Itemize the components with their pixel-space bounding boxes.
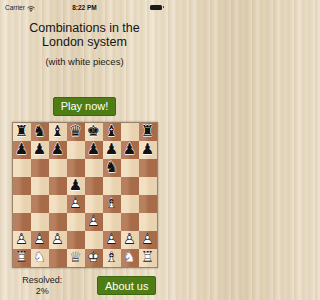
- piece-black-bishop: ♝: [103, 123, 121, 141]
- footer: Resolved: 2% About us: [0, 275, 169, 297]
- piece-white-pawn: ♟♙: [67, 195, 85, 213]
- square-a7: ♟: [13, 141, 31, 159]
- square-d7: [67, 141, 85, 159]
- square-c2: ♟♙: [49, 231, 67, 249]
- square-e6: [85, 159, 103, 177]
- square-g6: [121, 159, 139, 177]
- square-h7: ♟: [139, 141, 157, 159]
- square-b6: [31, 159, 49, 177]
- clock-time: 8:22 PM: [58, 4, 111, 11]
- piece-white-bishop: ♝♗: [103, 195, 121, 213]
- square-d4: ♟♙: [67, 195, 85, 213]
- square-d1: ♛♕: [67, 249, 85, 267]
- piece-black-knight: ♞: [103, 159, 121, 177]
- battery-icon: [150, 5, 164, 10]
- square-g7: ♟: [121, 141, 139, 159]
- piece-black-bishop: ♝: [49, 123, 67, 141]
- piece-white-queen: ♛♕: [67, 249, 85, 267]
- square-g1: ♞♘: [121, 249, 139, 267]
- square-e2: [85, 231, 103, 249]
- square-b4: [31, 195, 49, 213]
- square-c6: [49, 159, 67, 177]
- square-e8: ♚: [85, 123, 103, 141]
- piece-white-knight: ♞♘: [31, 249, 49, 267]
- piece-black-pawn: ♟: [49, 141, 67, 159]
- piece-black-pawn: ♟: [85, 141, 103, 159]
- piece-black-king: ♚: [85, 123, 103, 141]
- square-h1: ♜♖: [139, 249, 157, 267]
- square-e3: ♟♙: [85, 213, 103, 231]
- piece-black-pawn: ♟: [13, 141, 31, 159]
- piece-black-pawn: ♟: [67, 177, 85, 195]
- piece-black-pawn: ♟: [139, 141, 157, 159]
- square-h3: [139, 213, 157, 231]
- square-f6: ♞: [103, 159, 121, 177]
- piece-white-pawn: ♟♙: [85, 213, 103, 231]
- piece-white-pawn: ♟♙: [31, 231, 49, 249]
- square-e4: [85, 195, 103, 213]
- square-f5: [103, 177, 121, 195]
- square-h2: ♟♙: [139, 231, 157, 249]
- square-e1: ♚♔: [85, 249, 103, 267]
- piece-white-pawn: ♟♙: [49, 231, 67, 249]
- square-d8: ♛: [67, 123, 85, 141]
- square-g2: ♟♙: [121, 231, 139, 249]
- page-subtitle: (with white pieces): [0, 56, 169, 67]
- piece-black-pawn: ♟: [103, 141, 121, 159]
- square-d2: [67, 231, 85, 249]
- piece-black-knight: ♞: [31, 123, 49, 141]
- square-b8: ♞: [31, 123, 49, 141]
- square-f7: ♟: [103, 141, 121, 159]
- square-b3: [31, 213, 49, 231]
- page-title: Combinations in the London system: [0, 21, 169, 49]
- square-a2: ♟♙: [13, 231, 31, 249]
- square-f4: ♝♗: [103, 195, 121, 213]
- square-a8: ♜: [13, 123, 31, 141]
- square-a1: ♜♖: [13, 249, 31, 267]
- square-a3: [13, 213, 31, 231]
- wifi-icon: [27, 0, 35, 16]
- square-b7: ♟: [31, 141, 49, 159]
- square-a4: [13, 195, 31, 213]
- square-a6: [13, 159, 31, 177]
- resolved-label: Resolved:: [0, 275, 85, 286]
- square-c8: ♝: [49, 123, 67, 141]
- piece-black-queen: ♛: [67, 123, 85, 141]
- piece-black-pawn: ♟: [121, 141, 139, 159]
- piece-white-pawn: ♟♙: [13, 231, 31, 249]
- about-us-button[interactable]: About us: [97, 276, 156, 295]
- piece-white-pawn: ♟♙: [139, 231, 157, 249]
- square-f1: ♝♗: [103, 249, 121, 267]
- square-h4: [139, 195, 157, 213]
- square-g8: [121, 123, 139, 141]
- piece-white-pawn: ♟♙: [103, 231, 121, 249]
- square-b5: [31, 177, 49, 195]
- square-d3: [67, 213, 85, 231]
- title-line-1: Combinations in the: [0, 21, 169, 35]
- piece-black-rook: ♜: [139, 123, 157, 141]
- resolved-status: Resolved: 2%: [0, 275, 85, 297]
- square-b2: ♟♙: [31, 231, 49, 249]
- carrier-label: Carrier: [5, 4, 25, 11]
- square-c3: [49, 213, 67, 231]
- square-g5: [121, 177, 139, 195]
- square-g4: [121, 195, 139, 213]
- square-c4: [49, 195, 67, 213]
- status-bar: Carrier 8:22 PM: [0, 0, 169, 13]
- square-d5: ♟: [67, 177, 85, 195]
- square-f8: ♝: [103, 123, 121, 141]
- square-e7: ♟: [85, 141, 103, 159]
- square-c5: [49, 177, 67, 195]
- piece-white-rook: ♜♖: [13, 249, 31, 267]
- square-c1: [49, 249, 67, 267]
- square-g3: [121, 213, 139, 231]
- square-h6: [139, 159, 157, 177]
- piece-white-king: ♚♔: [85, 249, 103, 267]
- play-now-button[interactable]: Play now!: [53, 97, 117, 116]
- square-f2: ♟♙: [103, 231, 121, 249]
- resolved-value: 2%: [0, 286, 85, 297]
- piece-white-rook: ♜♖: [139, 249, 157, 267]
- square-e5: [85, 177, 103, 195]
- piece-white-knight: ♞♘: [121, 249, 139, 267]
- square-c7: ♟: [49, 141, 67, 159]
- square-a5: [13, 177, 31, 195]
- chess-board: ♜♞♝♛♚♝♜♟♟♟♟♟♟♟♞♟♟♙♝♗♟♙♟♙♟♙♟♙♟♙♟♙♟♙♜♖♞♘♛♕…: [12, 122, 158, 268]
- square-h8: ♜: [139, 123, 157, 141]
- square-b1: ♞♘: [31, 249, 49, 267]
- square-h5: [139, 177, 157, 195]
- piece-white-bishop: ♝♗: [103, 249, 121, 267]
- piece-black-pawn: ♟: [31, 141, 49, 159]
- piece-white-pawn: ♟♙: [121, 231, 139, 249]
- piece-black-rook: ♜: [13, 123, 31, 141]
- square-d6: [67, 159, 85, 177]
- square-f3: [103, 213, 121, 231]
- title-line-2: London system: [0, 35, 169, 49]
